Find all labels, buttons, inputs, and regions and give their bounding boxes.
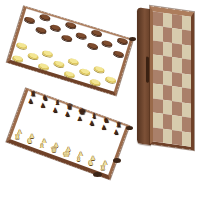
dark-knight: ♞ xyxy=(100,117,112,124)
board-square xyxy=(163,13,173,29)
board-square xyxy=(163,128,173,144)
board-square xyxy=(172,101,182,117)
board-square xyxy=(28,90,40,94)
dark-checker xyxy=(76,32,88,40)
board-square xyxy=(41,95,53,99)
yellow-checker xyxy=(89,78,101,86)
board-square xyxy=(102,117,114,121)
yellow-checker xyxy=(79,68,91,76)
board-square xyxy=(65,104,77,108)
board-square xyxy=(104,32,117,36)
board-square xyxy=(26,8,39,12)
dark-knight: ♞ xyxy=(39,95,51,102)
board-square xyxy=(28,90,40,94)
board-square xyxy=(182,102,192,118)
dark-checker xyxy=(101,39,113,47)
board-square xyxy=(104,32,117,36)
board-square xyxy=(52,16,65,20)
chess-board: ♜♞♝♛♚♝♞♜♟♟♟♟♟♟♟♟♟♟♟♟♟♟♟♟♜♞♝♛♚♝♞♜ xyxy=(6,88,129,180)
board-square xyxy=(77,108,89,112)
board-square xyxy=(163,71,173,87)
board-square xyxy=(77,108,89,112)
board-square xyxy=(52,16,65,20)
board-square xyxy=(65,104,77,108)
board-square xyxy=(52,16,65,20)
light-bishop: ♝ xyxy=(72,156,84,163)
light-pawn: ♟ xyxy=(38,137,50,143)
board-square xyxy=(182,73,192,89)
light-bishop: ♝ xyxy=(35,142,47,149)
board-square xyxy=(26,8,39,12)
board-square xyxy=(104,32,117,36)
light-pawn: ♟ xyxy=(13,128,25,134)
dark-checker xyxy=(39,13,51,21)
board-square xyxy=(104,32,117,36)
board-square xyxy=(65,104,77,108)
dark-checker xyxy=(86,42,98,50)
clasp-icon xyxy=(126,126,133,130)
board-square xyxy=(114,122,126,126)
board-square xyxy=(28,90,40,94)
board-square xyxy=(182,15,192,31)
board-square xyxy=(26,8,39,12)
board-square xyxy=(77,108,89,112)
board-square xyxy=(182,30,192,46)
checkers-board xyxy=(7,6,133,96)
board-square xyxy=(172,14,182,30)
dark-king: ♚ xyxy=(75,107,87,116)
folded-board-face xyxy=(150,6,194,150)
dark-rook: ♜ xyxy=(112,122,124,128)
board-square xyxy=(77,108,89,112)
board-square xyxy=(104,32,117,36)
board-square xyxy=(53,99,65,103)
board-square xyxy=(172,115,182,131)
light-pawn: ♟ xyxy=(99,159,111,165)
dark-pawn: ♟ xyxy=(61,111,73,117)
board-square xyxy=(163,114,173,130)
board-square xyxy=(153,69,163,85)
board-square xyxy=(114,122,126,126)
board-square xyxy=(28,90,40,94)
board-square xyxy=(102,117,114,121)
board-square xyxy=(52,16,65,20)
board-square xyxy=(53,99,65,103)
yellow-checker xyxy=(104,76,116,84)
board-square xyxy=(153,113,163,129)
board-square xyxy=(52,16,65,20)
yellow-checker xyxy=(27,52,39,60)
board-square xyxy=(104,32,117,36)
board-square xyxy=(78,24,91,28)
board-square xyxy=(65,104,77,108)
board-square xyxy=(26,8,39,12)
board-square xyxy=(153,98,163,114)
board-square xyxy=(114,122,126,126)
board-square xyxy=(153,127,163,143)
dark-bishop: ♝ xyxy=(88,113,100,120)
board-square xyxy=(153,55,163,71)
light-pawn: ♟ xyxy=(25,133,37,139)
board-square xyxy=(89,113,101,117)
dark-bishop: ♝ xyxy=(51,99,63,106)
board-square xyxy=(28,90,40,94)
board-square xyxy=(182,88,192,104)
board-square xyxy=(78,24,91,28)
board-square xyxy=(102,117,114,121)
board-square xyxy=(163,27,173,43)
board-square xyxy=(26,8,39,12)
dark-checker xyxy=(24,16,36,24)
clasp-icon xyxy=(129,37,136,41)
board-square xyxy=(104,32,117,36)
board-square xyxy=(172,130,182,146)
board-square xyxy=(153,11,163,27)
yellow-checker xyxy=(12,54,24,62)
board-square xyxy=(41,95,53,99)
board-square xyxy=(53,99,65,103)
board-square xyxy=(53,99,65,103)
board-square xyxy=(89,113,101,117)
board-square xyxy=(172,29,182,45)
board-square xyxy=(89,113,101,117)
board-square xyxy=(172,72,182,88)
board-square xyxy=(182,117,192,133)
board-square xyxy=(153,26,163,42)
board-square xyxy=(102,117,114,121)
board-square xyxy=(102,117,114,121)
dark-checker xyxy=(65,21,77,29)
board-square xyxy=(28,90,40,94)
board-square xyxy=(65,104,77,108)
dark-pawn: ♟ xyxy=(37,102,49,108)
board-square xyxy=(77,108,89,112)
dark-pawn: ♟ xyxy=(49,107,61,113)
yellow-checker xyxy=(53,60,65,68)
board-square xyxy=(114,122,126,126)
board-foot xyxy=(113,158,121,163)
dark-checker xyxy=(116,37,128,45)
board-square xyxy=(53,99,65,103)
light-rook: ♜ xyxy=(11,134,23,141)
board-square xyxy=(163,99,173,115)
board-square xyxy=(78,24,91,28)
latch-icon xyxy=(146,56,149,82)
board-square xyxy=(89,113,101,117)
board-foot xyxy=(93,172,102,177)
board-square xyxy=(28,90,40,94)
board-square xyxy=(78,24,91,28)
light-queen: ♛ xyxy=(48,146,60,154)
board-square xyxy=(89,113,101,117)
dark-checker xyxy=(112,50,124,58)
board-square xyxy=(78,24,91,28)
checkers-grid xyxy=(26,8,129,40)
yellow-checker xyxy=(68,57,80,65)
light-pawn: ♟ xyxy=(74,150,86,156)
board-square xyxy=(65,104,77,108)
board-square xyxy=(53,99,65,103)
dark-pawn: ♟ xyxy=(110,129,122,135)
yellow-checker xyxy=(93,65,105,73)
light-knight: ♞ xyxy=(23,138,35,145)
board-square xyxy=(41,95,53,99)
board-square xyxy=(52,16,65,20)
dark-checker xyxy=(90,29,102,37)
board-square xyxy=(89,113,101,117)
dark-checker xyxy=(61,34,73,42)
board-square xyxy=(65,104,77,108)
light-king: ♚ xyxy=(60,150,72,159)
board-square xyxy=(41,95,53,99)
board-square xyxy=(53,99,65,103)
board-square xyxy=(41,95,53,99)
board-square xyxy=(153,84,163,100)
board-square xyxy=(102,117,114,121)
board-square xyxy=(41,95,53,99)
board-square xyxy=(77,108,89,112)
dark-pawn: ♟ xyxy=(73,115,85,121)
product-photo: Magnetic folding wooden chess and checke… xyxy=(0,0,200,200)
board-square xyxy=(26,8,39,12)
board-square xyxy=(114,122,126,126)
yellow-checker xyxy=(16,42,28,50)
dark-checker xyxy=(35,26,47,34)
dark-checker xyxy=(50,24,62,32)
board-square xyxy=(102,117,114,121)
board-square xyxy=(77,108,89,112)
board-square xyxy=(172,43,182,59)
board-hinge xyxy=(28,90,126,126)
board-square xyxy=(153,40,163,56)
yellow-checker xyxy=(38,62,50,70)
board-square xyxy=(52,16,65,20)
board-square xyxy=(114,122,126,126)
folded-board xyxy=(150,6,194,150)
board-square xyxy=(89,113,101,117)
board-square xyxy=(52,16,65,20)
light-pawn: ♟ xyxy=(62,146,74,152)
board-square xyxy=(26,8,39,12)
board-square xyxy=(182,131,192,147)
dark-rook: ♜ xyxy=(27,91,39,98)
folded-board-spine xyxy=(137,7,151,145)
board-square xyxy=(77,108,89,112)
light-pawn: ♟ xyxy=(87,155,99,161)
board-square xyxy=(114,122,126,126)
board-square xyxy=(65,104,77,108)
yellow-checker xyxy=(42,49,54,57)
chess-grid: ♜♞♝♛♚♝♞♜♟♟♟♟♟♟♟♟♟♟♟♟♟♟♟♟♜♞♝♛♚♝♞♜ xyxy=(28,90,126,126)
board-square xyxy=(89,113,101,117)
board-square xyxy=(78,24,91,28)
dark-pawn: ♟ xyxy=(24,98,36,104)
yellow-checker xyxy=(64,70,76,78)
board-square xyxy=(114,122,126,126)
board-square xyxy=(172,57,182,73)
board-square xyxy=(102,117,114,121)
board-square xyxy=(172,86,182,102)
board-square xyxy=(78,24,91,28)
board-square xyxy=(182,59,192,75)
dark-pawn: ♟ xyxy=(85,120,97,126)
dark-queen: ♛ xyxy=(63,103,75,111)
board-square xyxy=(163,42,173,58)
dark-pawn: ♟ xyxy=(98,124,110,130)
board-square xyxy=(41,95,53,99)
board-square xyxy=(104,32,117,36)
board-square xyxy=(182,44,192,60)
board-square xyxy=(26,8,39,12)
light-knight: ♞ xyxy=(84,160,96,167)
light-rook: ♜ xyxy=(97,165,109,172)
board-square xyxy=(53,99,65,103)
board-square xyxy=(28,90,40,94)
board-square xyxy=(41,95,53,99)
board-square xyxy=(78,24,91,28)
board-square xyxy=(163,85,173,101)
light-pawn: ♟ xyxy=(50,142,62,148)
board-square xyxy=(163,56,173,72)
